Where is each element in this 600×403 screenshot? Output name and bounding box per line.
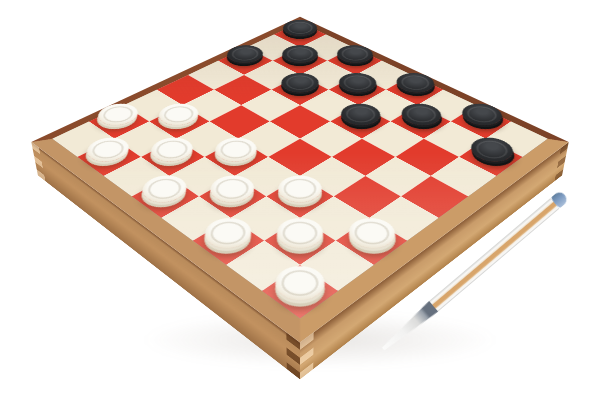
- board-top-face: [31, 17, 568, 343]
- finger-joint-near-corner: [300, 332, 314, 379]
- photo-stage: [0, 0, 600, 403]
- checkers-box: [31, 17, 568, 343]
- scene: [0, 0, 600, 403]
